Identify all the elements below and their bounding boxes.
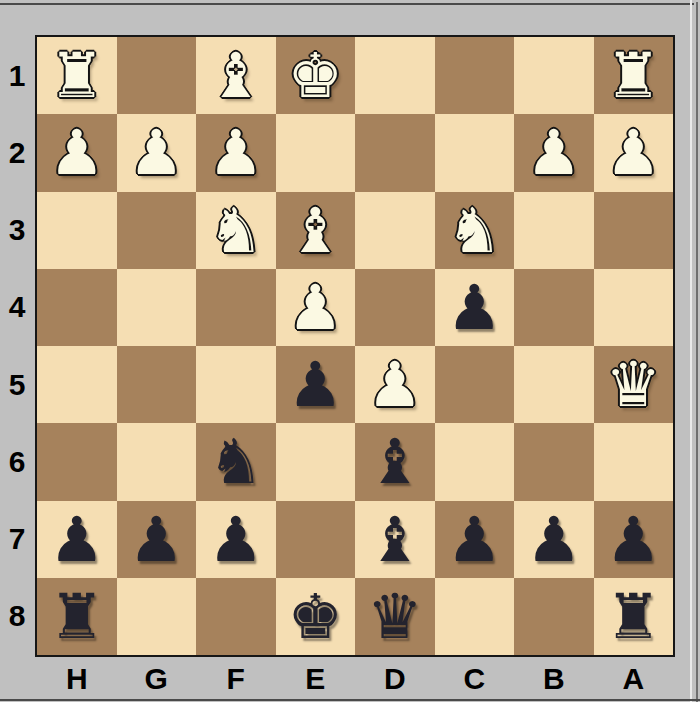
square-f3[interactable]: ♞ (196, 192, 276, 269)
black-pawn-g7: ♟ (128, 501, 184, 578)
square-c2[interactable] (435, 114, 515, 191)
file-labels: HGFEDCBA (37, 658, 673, 700)
file-label-f: F (196, 658, 276, 700)
square-d7[interactable]: ♝ (355, 501, 435, 578)
square-b1[interactable] (514, 37, 594, 114)
white-pawn-f2: ♟ (208, 114, 264, 191)
square-b5[interactable] (514, 346, 594, 423)
white-rook-a1: ♜ (605, 37, 661, 114)
square-h4[interactable] (37, 269, 117, 346)
black-bishop-d7: ♝ (367, 501, 423, 578)
file-label-h: H (37, 658, 117, 700)
square-f4[interactable] (196, 269, 276, 346)
square-b8[interactable] (514, 578, 594, 655)
white-pawn-b2: ♟ (526, 114, 582, 191)
square-h2[interactable]: ♟ (37, 114, 117, 191)
file-label-b: B (514, 658, 594, 700)
rank-label-6: 6 (0, 423, 34, 500)
square-b4[interactable] (514, 269, 594, 346)
square-b7[interactable]: ♟ (514, 501, 594, 578)
square-d1[interactable] (355, 37, 435, 114)
square-g1[interactable] (117, 37, 197, 114)
square-d2[interactable] (355, 114, 435, 191)
black-pawn-e5: ♟ (287, 346, 343, 423)
square-h1[interactable]: ♜ (37, 37, 117, 114)
black-pawn-c7: ♟ (446, 501, 502, 578)
square-d8[interactable]: ♛ (355, 578, 435, 655)
square-a8[interactable]: ♜ (594, 578, 674, 655)
square-h6[interactable] (37, 423, 117, 500)
square-a4[interactable] (594, 269, 674, 346)
square-f2[interactable]: ♟ (196, 114, 276, 191)
file-label-c: C (435, 658, 515, 700)
square-d3[interactable] (355, 192, 435, 269)
rank-label-2: 2 (0, 114, 34, 191)
black-pawn-a7: ♟ (605, 501, 661, 578)
square-c6[interactable] (435, 423, 515, 500)
square-a1[interactable]: ♜ (594, 37, 674, 114)
black-pawn-c4: ♟ (446, 269, 502, 346)
square-f8[interactable] (196, 578, 276, 655)
square-g6[interactable] (117, 423, 197, 500)
window-right-border (696, 2, 698, 702)
file-label-e: E (276, 658, 356, 700)
black-pawn-h7: ♟ (49, 501, 105, 578)
white-knight-f3: ♞ (208, 192, 264, 269)
white-queen-a5: ♛ (605, 346, 661, 423)
white-bishop-e3: ♝ (287, 192, 343, 269)
square-g2[interactable]: ♟ (117, 114, 197, 191)
square-a7[interactable]: ♟ (594, 501, 674, 578)
black-rook-h8: ♜ (49, 578, 105, 655)
square-c7[interactable]: ♟ (435, 501, 515, 578)
square-f6[interactable]: ♞ (196, 423, 276, 500)
black-queen-d8: ♛ (367, 578, 423, 655)
black-bishop-d6: ♝ (367, 423, 423, 500)
rank-label-1: 1 (0, 37, 34, 114)
white-rook-h1: ♜ (49, 37, 105, 114)
square-b6[interactable] (514, 423, 594, 500)
rank-label-7: 7 (0, 501, 34, 578)
rank-label-5: 5 (0, 346, 34, 423)
square-a6[interactable] (594, 423, 674, 500)
square-h5[interactable] (37, 346, 117, 423)
white-bishop-f1: ♝ (208, 37, 264, 114)
square-e8[interactable]: ♚ (276, 578, 356, 655)
white-king-e1: ♚ (287, 37, 343, 114)
file-label-a: A (594, 658, 674, 700)
square-b3[interactable] (514, 192, 594, 269)
square-f1[interactable]: ♝ (196, 37, 276, 114)
white-knight-c3: ♞ (446, 192, 502, 269)
square-c4[interactable]: ♟ (435, 269, 515, 346)
square-g5[interactable] (117, 346, 197, 423)
square-h8[interactable]: ♜ (37, 578, 117, 655)
chess-board: ♜♝♚♜♟♟♟♟♟♞♝♞♟♟♟♟♛♞♝♟♟♟♝♟♟♟♜♚♛♜ (35, 35, 675, 657)
square-h3[interactable] (37, 192, 117, 269)
file-label-g: G (117, 658, 197, 700)
square-h7[interactable]: ♟ (37, 501, 117, 578)
square-e6[interactable] (276, 423, 356, 500)
square-f7[interactable]: ♟ (196, 501, 276, 578)
window-right-highlight (690, 0, 692, 702)
black-knight-f6: ♞ (208, 423, 264, 500)
square-e1[interactable]: ♚ (276, 37, 356, 114)
square-f5[interactable] (196, 346, 276, 423)
chess-diagram-window: 12345678 ♜♝♚♜♟♟♟♟♟♞♝♞♟♟♟♟♛♞♝♟♟♟♝♟♟♟♜♚♛♜ … (0, 0, 700, 702)
square-c1[interactable] (435, 37, 515, 114)
square-e4[interactable]: ♟ (276, 269, 356, 346)
rank-label-8: 8 (0, 578, 34, 655)
square-g8[interactable] (117, 578, 197, 655)
square-d6[interactable]: ♝ (355, 423, 435, 500)
white-pawn-h2: ♟ (49, 114, 105, 191)
square-e7[interactable] (276, 501, 356, 578)
rank-label-3: 3 (0, 192, 34, 269)
square-c5[interactable] (435, 346, 515, 423)
square-g7[interactable]: ♟ (117, 501, 197, 578)
black-pawn-b7: ♟ (526, 501, 582, 578)
square-g4[interactable] (117, 269, 197, 346)
white-pawn-a2: ♟ (605, 114, 661, 191)
black-pawn-f7: ♟ (208, 501, 264, 578)
square-g3[interactable] (117, 192, 197, 269)
white-pawn-d5: ♟ (367, 346, 423, 423)
white-pawn-e4: ♟ (287, 269, 343, 346)
square-b2[interactable]: ♟ (514, 114, 594, 191)
square-e2[interactable] (276, 114, 356, 191)
rank-label-4: 4 (0, 269, 34, 346)
square-a3[interactable] (594, 192, 674, 269)
square-a5[interactable]: ♛ (594, 346, 674, 423)
black-king-e8: ♚ (287, 578, 343, 655)
square-c8[interactable] (435, 578, 515, 655)
square-a2[interactable]: ♟ (594, 114, 674, 191)
square-d4[interactable] (355, 269, 435, 346)
black-rook-a8: ♜ (605, 578, 661, 655)
square-c3[interactable]: ♞ (435, 192, 515, 269)
window-top-border (0, 3, 694, 5)
rank-labels: 12345678 (0, 37, 34, 655)
square-e5[interactable]: ♟ (276, 346, 356, 423)
file-label-d: D (355, 658, 435, 700)
square-d5[interactable]: ♟ (355, 346, 435, 423)
white-pawn-g2: ♟ (128, 114, 184, 191)
square-e3[interactable]: ♝ (276, 192, 356, 269)
